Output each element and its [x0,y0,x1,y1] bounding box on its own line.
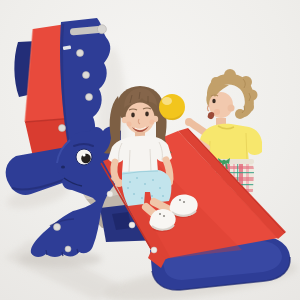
peg [129,222,135,228]
dot [144,183,146,185]
toddler-cheek [214,109,220,115]
lace-dot [163,215,165,217]
peg [83,72,90,79]
peg [86,94,93,101]
dot [162,195,164,197]
peg [65,246,71,252]
lace-dot [179,199,181,201]
ball [159,94,185,120]
girl-left-arm [114,162,117,181]
dot [129,181,131,183]
dino-eye-glint [82,153,85,156]
dot [136,177,138,179]
toddler-back-hand [185,118,193,126]
peg [77,50,84,57]
dot [151,195,153,197]
dot [127,187,129,189]
lace-dot [159,213,161,215]
girl-cheek [127,122,132,127]
peg [59,125,66,132]
curl [224,69,236,81]
dot [159,187,161,189]
photo-canvas [0,0,300,300]
lace-dot [183,201,185,203]
ball-highlight [162,97,172,105]
curl [235,109,245,119]
curl [244,102,254,112]
product-photo: Studio product photo: two young children… [0,0,300,300]
curl [247,90,258,101]
toddler-eye [212,99,215,103]
girl-cheek [150,120,155,125]
dot [141,197,143,199]
curl [240,76,252,88]
peg [54,224,61,231]
dino-nostril [61,166,65,169]
peg [151,247,157,253]
girl-eye [145,112,149,117]
dot [133,193,135,195]
girl-eye [131,113,135,118]
peg [107,191,113,197]
screenshot: Studio product photo: two young children… [0,0,300,300]
dot [152,179,154,181]
girl-left-hand [115,179,123,187]
toddler-ear [228,105,235,112]
